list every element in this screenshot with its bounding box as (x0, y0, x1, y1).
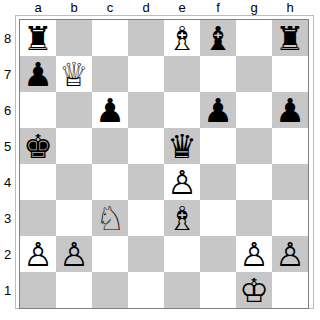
rank-label-8: 8 (0, 20, 15, 56)
piece-white-bishop[interactable]: ♗ (167, 202, 197, 235)
square-c6[interactable]: ♟ (92, 92, 128, 128)
square-h7[interactable] (272, 56, 308, 92)
square-d6[interactable] (128, 92, 164, 128)
rank-label-1: 1 (0, 272, 15, 308)
square-a6[interactable] (20, 92, 56, 128)
piece-white-pawn[interactable]: ♙ (167, 166, 197, 199)
rank-label-2: 2 (0, 236, 15, 272)
piece-black-king[interactable]: ♚ (23, 130, 53, 163)
piece-black-rook[interactable]: ♜ (23, 22, 53, 55)
rank-label-6: 6 (0, 92, 15, 128)
piece-black-pawn[interactable]: ♟ (23, 58, 53, 91)
square-b1[interactable] (56, 272, 92, 308)
square-c3[interactable]: ♘ (92, 200, 128, 236)
square-a3[interactable] (20, 200, 56, 236)
rank-label-7: 7 (0, 56, 15, 92)
square-g3[interactable] (236, 200, 272, 236)
square-d4[interactable] (128, 164, 164, 200)
square-b2[interactable]: ♙ (56, 236, 92, 272)
square-f6[interactable]: ♟ (200, 92, 236, 128)
square-h1[interactable] (272, 272, 308, 308)
square-h4[interactable] (272, 164, 308, 200)
rank-label-4: 4 (0, 164, 15, 200)
square-e2[interactable] (164, 236, 200, 272)
square-f7[interactable] (200, 56, 236, 92)
piece-white-king[interactable]: ♔ (239, 274, 269, 307)
square-b4[interactable] (56, 164, 92, 200)
square-d3[interactable] (128, 200, 164, 236)
square-e4[interactable]: ♙ (164, 164, 200, 200)
square-f4[interactable] (200, 164, 236, 200)
rank-label-5: 5 (0, 128, 15, 164)
square-f2[interactable] (200, 236, 236, 272)
piece-black-queen[interactable]: ♛ (167, 130, 197, 163)
file-labels: abcdefgh (20, 0, 308, 15)
square-b8[interactable] (56, 20, 92, 56)
piece-white-pawn[interactable]: ♙ (239, 238, 269, 271)
square-d1[interactable] (128, 272, 164, 308)
square-e6[interactable] (164, 92, 200, 128)
square-h2[interactable]: ♙ (272, 236, 308, 272)
square-g6[interactable] (236, 92, 272, 128)
square-e1[interactable] (164, 272, 200, 308)
piece-white-queen[interactable]: ♕ (59, 58, 89, 91)
square-d5[interactable] (128, 128, 164, 164)
square-g5[interactable] (236, 128, 272, 164)
square-h3[interactable] (272, 200, 308, 236)
piece-white-pawn[interactable]: ♙ (275, 238, 305, 271)
square-a1[interactable] (20, 272, 56, 308)
piece-white-bishop[interactable]: ♗ (167, 22, 197, 55)
file-label-f: f (200, 0, 236, 15)
rank-label-3: 3 (0, 200, 15, 236)
square-b3[interactable] (56, 200, 92, 236)
chess-board: ♜♗♝♜♟♕♟♟♟♚♛♙♘♗♙♙♙♙♔ (19, 19, 309, 309)
square-c4[interactable] (92, 164, 128, 200)
square-b7[interactable]: ♕ (56, 56, 92, 92)
chess-diagram: abcdefgh 87654321 ♜♗♝♜♟♕♟♟♟♚♛♙♘♗♙♙♙♙♔ (0, 0, 320, 320)
square-c8[interactable] (92, 20, 128, 56)
square-d2[interactable] (128, 236, 164, 272)
file-label-b: b (56, 0, 92, 15)
piece-black-bishop[interactable]: ♝ (203, 22, 233, 55)
square-b5[interactable] (56, 128, 92, 164)
square-g1[interactable]: ♔ (236, 272, 272, 308)
square-a8[interactable]: ♜ (20, 20, 56, 56)
square-c7[interactable] (92, 56, 128, 92)
square-e8[interactable]: ♗ (164, 20, 200, 56)
square-e7[interactable] (164, 56, 200, 92)
piece-black-pawn[interactable]: ♟ (275, 94, 305, 127)
square-g2[interactable]: ♙ (236, 236, 272, 272)
square-a4[interactable] (20, 164, 56, 200)
square-g7[interactable] (236, 56, 272, 92)
square-f1[interactable] (200, 272, 236, 308)
piece-black-pawn[interactable]: ♟ (203, 94, 233, 127)
square-d7[interactable] (128, 56, 164, 92)
square-g8[interactable] (236, 20, 272, 56)
file-label-c: c (92, 0, 128, 15)
file-label-g: g (236, 0, 272, 15)
piece-white-pawn[interactable]: ♙ (23, 238, 53, 271)
square-c2[interactable] (92, 236, 128, 272)
rank-labels: 87654321 (0, 20, 15, 308)
square-f5[interactable] (200, 128, 236, 164)
square-f8[interactable]: ♝ (200, 20, 236, 56)
file-label-d: d (128, 0, 164, 15)
piece-white-pawn[interactable]: ♙ (59, 238, 89, 271)
file-label-e: e (164, 0, 200, 15)
square-c5[interactable] (92, 128, 128, 164)
square-c1[interactable] (92, 272, 128, 308)
file-label-h: h (272, 0, 308, 15)
piece-black-pawn[interactable]: ♟ (95, 94, 125, 127)
square-g4[interactable] (236, 164, 272, 200)
square-e5[interactable]: ♛ (164, 128, 200, 164)
square-a5[interactable]: ♚ (20, 128, 56, 164)
piece-black-rook[interactable]: ♜ (275, 22, 305, 55)
square-a2[interactable]: ♙ (20, 236, 56, 272)
square-h5[interactable] (272, 128, 308, 164)
square-h6[interactable]: ♟ (272, 92, 308, 128)
square-d8[interactable] (128, 20, 164, 56)
square-f3[interactable] (200, 200, 236, 236)
square-h8[interactable]: ♜ (272, 20, 308, 56)
square-b6[interactable] (56, 92, 92, 128)
piece-white-knight[interactable]: ♘ (95, 202, 125, 235)
square-a7[interactable]: ♟ (20, 56, 56, 92)
file-label-a: a (20, 0, 56, 15)
square-e3[interactable]: ♗ (164, 200, 200, 236)
